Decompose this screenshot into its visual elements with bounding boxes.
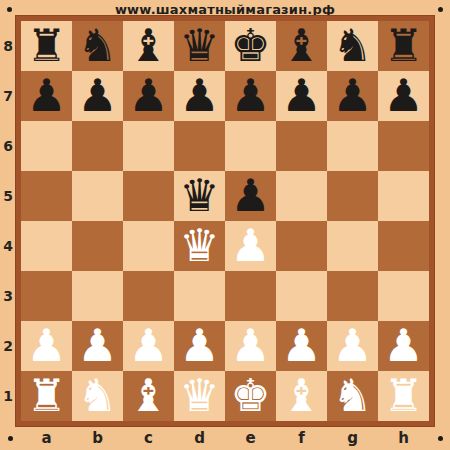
white-bishop[interactable]: ♝: [281, 371, 321, 421]
square-g2[interactable]: ♟: [327, 321, 378, 371]
square-b8[interactable]: ♞: [72, 21, 123, 71]
white-pawn[interactable]: ♟: [26, 321, 66, 371]
square-e6[interactable]: [225, 121, 276, 171]
square-e2[interactable]: ♟: [225, 321, 276, 371]
square-g7[interactable]: ♟: [327, 71, 378, 121]
square-b7[interactable]: ♟: [72, 71, 123, 121]
square-c7[interactable]: ♟: [123, 71, 174, 121]
square-f7[interactable]: ♟: [276, 71, 327, 121]
square-h5[interactable]: [378, 171, 429, 221]
black-pawn[interactable]: ♟: [383, 71, 423, 121]
file-labels: abcdefgh: [21, 427, 429, 449]
corner-hole-top-left-icon: [7, 7, 12, 12]
square-d6[interactable]: [174, 121, 225, 171]
square-h8[interactable]: ♜: [378, 21, 429, 71]
file-label-g: g: [327, 427, 378, 449]
white-knight[interactable]: ♞: [332, 371, 372, 421]
black-knight[interactable]: ♞: [332, 21, 372, 71]
square-f3[interactable]: [276, 271, 327, 321]
square-c8[interactable]: ♝: [123, 21, 174, 71]
black-king[interactable]: ♚: [230, 21, 270, 71]
square-d1[interactable]: ♛: [174, 371, 225, 421]
square-d2[interactable]: ♟: [174, 321, 225, 371]
rank-labels: 87654321: [0, 21, 16, 421]
file-label-f: f: [276, 427, 327, 449]
square-a3[interactable]: [21, 271, 72, 321]
square-e4[interactable]: ♟: [225, 221, 276, 271]
square-g3[interactable]: [327, 271, 378, 321]
square-d8[interactable]: ♛: [174, 21, 225, 71]
white-knight[interactable]: ♞: [77, 371, 117, 421]
black-pawn[interactable]: ♟: [332, 71, 372, 121]
file-label-e: e: [225, 427, 276, 449]
square-a6[interactable]: [21, 121, 72, 171]
white-rook[interactable]: ♜: [26, 371, 66, 421]
square-d7[interactable]: ♟: [174, 71, 225, 121]
square-d4[interactable]: ♛: [174, 221, 225, 271]
square-h6[interactable]: [378, 121, 429, 171]
black-rook[interactable]: ♜: [383, 21, 423, 71]
black-pawn[interactable]: ♟: [77, 71, 117, 121]
file-label-a: a: [21, 427, 72, 449]
square-g8[interactable]: ♞: [327, 21, 378, 71]
file-label-b: b: [72, 427, 123, 449]
black-rook[interactable]: ♜: [26, 21, 66, 71]
file-label-d: d: [174, 427, 225, 449]
black-pawn[interactable]: ♟: [128, 71, 168, 121]
square-e5[interactable]: ♟: [225, 171, 276, 221]
white-queen[interactable]: ♛: [179, 221, 219, 271]
white-rook[interactable]: ♜: [383, 371, 423, 421]
square-e1[interactable]: ♚: [225, 371, 276, 421]
square-h1[interactable]: ♜: [378, 371, 429, 421]
black-queen[interactable]: ♛: [179, 171, 219, 221]
square-g6[interactable]: [327, 121, 378, 171]
square-a5[interactable]: [21, 171, 72, 221]
square-b3[interactable]: [72, 271, 123, 321]
white-pawn[interactable]: ♟: [230, 321, 270, 371]
white-pawn[interactable]: ♟: [128, 321, 168, 371]
site-url-text: www.шахматныймагазин.рф: [0, 2, 450, 17]
square-f2[interactable]: ♟: [276, 321, 327, 371]
square-c1[interactable]: ♝: [123, 371, 174, 421]
square-h3[interactable]: [378, 271, 429, 321]
square-a1[interactable]: ♜: [21, 371, 72, 421]
square-e8[interactable]: ♚: [225, 21, 276, 71]
rank-label-8: 8: [0, 21, 16, 71]
square-b4[interactable]: [72, 221, 123, 271]
white-pawn[interactable]: ♟: [179, 321, 219, 371]
square-c2[interactable]: ♟: [123, 321, 174, 371]
square-h2[interactable]: ♟: [378, 321, 429, 371]
rank-label-3: 3: [0, 271, 16, 321]
corner-hole-top-right-icon: [438, 7, 443, 12]
black-pawn[interactable]: ♟: [230, 171, 270, 221]
square-g4[interactable]: [327, 221, 378, 271]
white-pawn[interactable]: ♟: [332, 321, 372, 371]
white-queen[interactable]: ♛: [179, 371, 219, 421]
black-bishop[interactable]: ♝: [128, 21, 168, 71]
square-c3[interactable]: [123, 271, 174, 321]
black-queen[interactable]: ♛: [179, 21, 219, 71]
square-f6[interactable]: [276, 121, 327, 171]
square-a2[interactable]: ♟: [21, 321, 72, 371]
black-bishop[interactable]: ♝: [281, 21, 321, 71]
corner-hole-bottom-left-icon: [8, 436, 13, 441]
rank-label-2: 2: [0, 321, 16, 371]
rank-label-6: 6: [0, 121, 16, 171]
square-h7[interactable]: ♟: [378, 71, 429, 121]
square-b6[interactable]: [72, 121, 123, 171]
black-pawn[interactable]: ♟: [281, 71, 321, 121]
square-c4[interactable]: [123, 221, 174, 271]
file-label-h: h: [378, 427, 429, 449]
square-g1[interactable]: ♞: [327, 371, 378, 421]
square-b5[interactable]: [72, 171, 123, 221]
square-c6[interactable]: [123, 121, 174, 171]
square-a7[interactable]: ♟: [21, 71, 72, 121]
rank-label-4: 4: [0, 221, 16, 271]
square-d3[interactable]: [174, 271, 225, 321]
file-label-c: c: [123, 427, 174, 449]
square-g5[interactable]: [327, 171, 378, 221]
square-h4[interactable]: [378, 221, 429, 271]
square-b2[interactable]: ♟: [72, 321, 123, 371]
white-pawn[interactable]: ♟: [230, 221, 270, 271]
white-pawn[interactable]: ♟: [77, 321, 117, 371]
rank-label-5: 5: [0, 171, 16, 221]
black-knight[interactable]: ♞: [77, 21, 117, 71]
square-d5[interactable]: ♛: [174, 171, 225, 221]
black-pawn[interactable]: ♟: [179, 71, 219, 121]
corner-hole-bottom-right-icon: [438, 436, 443, 441]
white-pawn[interactable]: ♟: [281, 321, 321, 371]
square-f8[interactable]: ♝: [276, 21, 327, 71]
square-e7[interactable]: ♟: [225, 71, 276, 121]
square-b1[interactable]: ♞: [72, 371, 123, 421]
square-a8[interactable]: ♜: [21, 21, 72, 71]
board-frame: ♜♞♝♛♚♝♞♜♟♟♟♟♟♟♟♟♛♟♛♟♟♟♟♟♟♟♟♟♜♞♝♛♚♝♞♜: [16, 16, 434, 426]
black-pawn[interactable]: ♟: [230, 71, 270, 121]
square-f1[interactable]: ♝: [276, 371, 327, 421]
white-king[interactable]: ♚: [230, 371, 270, 421]
chess-board-grid: ♜♞♝♛♚♝♞♜♟♟♟♟♟♟♟♟♛♟♛♟♟♟♟♟♟♟♟♟♜♞♝♛♚♝♞♜: [21, 21, 429, 421]
white-pawn[interactable]: ♟: [383, 321, 423, 371]
square-f5[interactable]: [276, 171, 327, 221]
square-c5[interactable]: [123, 171, 174, 221]
demo-chess-board: www.шахматныймагазин.рф ♜♞♝♛♚♝♞♜♟♟♟♟♟♟♟♟…: [0, 0, 450, 450]
white-bishop[interactable]: ♝: [128, 371, 168, 421]
black-pawn[interactable]: ♟: [26, 71, 66, 121]
rank-label-1: 1: [0, 371, 16, 421]
rank-label-7: 7: [0, 71, 16, 121]
square-f4[interactable]: [276, 221, 327, 271]
square-a4[interactable]: [21, 221, 72, 271]
square-e3[interactable]: [225, 271, 276, 321]
